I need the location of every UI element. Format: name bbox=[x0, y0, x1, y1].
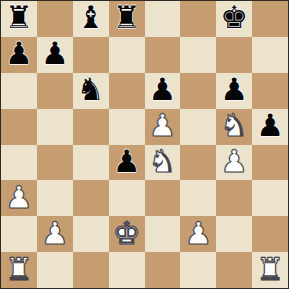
square-d7[interactable] bbox=[109, 37, 145, 73]
square-c3[interactable] bbox=[73, 180, 109, 216]
square-b2[interactable]: ♟ bbox=[37, 216, 73, 252]
square-c5[interactable] bbox=[73, 109, 109, 145]
square-b8[interactable] bbox=[37, 1, 73, 37]
piece-white-rook: ♜ bbox=[256, 254, 284, 285]
piece-black-rook: ♜ bbox=[5, 2, 33, 33]
square-f8[interactable] bbox=[180, 1, 216, 37]
square-h5[interactable]: ♟ bbox=[252, 109, 288, 145]
square-a4[interactable] bbox=[1, 145, 37, 181]
square-a3[interactable]: ♟ bbox=[1, 180, 37, 216]
square-g2[interactable] bbox=[216, 216, 252, 252]
square-f7[interactable] bbox=[180, 37, 216, 73]
square-b1[interactable] bbox=[37, 252, 73, 288]
piece-black-pawn: ♟ bbox=[220, 74, 248, 105]
square-g3[interactable] bbox=[216, 180, 252, 216]
square-e8[interactable] bbox=[145, 1, 181, 37]
square-f5[interactable] bbox=[180, 109, 216, 145]
piece-black-bishop: ♝ bbox=[77, 2, 105, 33]
piece-white-knight: ♞ bbox=[149, 146, 177, 177]
square-d4[interactable]: ♟ bbox=[109, 145, 145, 181]
square-c4[interactable] bbox=[73, 145, 109, 181]
piece-black-pawn: ♟ bbox=[5, 38, 33, 69]
piece-white-pawn: ♟ bbox=[41, 218, 69, 249]
square-e4[interactable]: ♞ bbox=[145, 145, 181, 181]
square-d3[interactable] bbox=[109, 180, 145, 216]
piece-black-pawn: ♟ bbox=[41, 38, 69, 69]
square-g6[interactable]: ♟ bbox=[216, 73, 252, 109]
chess-board: ♜♝♜♚♟♟♞♟♟♟♞♟♟♞♟♟♟♚♟♜♜ bbox=[0, 0, 289, 289]
square-b4[interactable] bbox=[37, 145, 73, 181]
square-a8[interactable]: ♜ bbox=[1, 1, 37, 37]
square-a5[interactable] bbox=[1, 109, 37, 145]
piece-white-rook: ♜ bbox=[5, 254, 33, 285]
piece-black-rook: ♜ bbox=[113, 2, 141, 33]
square-a1[interactable]: ♜ bbox=[1, 252, 37, 288]
square-c7[interactable] bbox=[73, 37, 109, 73]
square-h7[interactable] bbox=[252, 37, 288, 73]
piece-black-pawn: ♟ bbox=[256, 110, 284, 141]
piece-white-pawn: ♟ bbox=[220, 146, 248, 177]
square-g1[interactable] bbox=[216, 252, 252, 288]
square-h2[interactable] bbox=[252, 216, 288, 252]
square-a7[interactable]: ♟ bbox=[1, 37, 37, 73]
square-c6[interactable]: ♞ bbox=[73, 73, 109, 109]
square-d5[interactable] bbox=[109, 109, 145, 145]
piece-black-pawn: ♟ bbox=[113, 146, 141, 177]
square-e2[interactable] bbox=[145, 216, 181, 252]
piece-black-pawn: ♟ bbox=[149, 74, 177, 105]
square-g8[interactable]: ♚ bbox=[216, 1, 252, 37]
square-h3[interactable] bbox=[252, 180, 288, 216]
piece-white-pawn: ♟ bbox=[5, 182, 33, 213]
square-e6[interactable]: ♟ bbox=[145, 73, 181, 109]
square-e1[interactable] bbox=[145, 252, 181, 288]
square-a6[interactable] bbox=[1, 73, 37, 109]
square-f4[interactable] bbox=[180, 145, 216, 181]
square-b3[interactable] bbox=[37, 180, 73, 216]
square-c2[interactable] bbox=[73, 216, 109, 252]
square-d2[interactable]: ♚ bbox=[109, 216, 145, 252]
square-h1[interactable]: ♜ bbox=[252, 252, 288, 288]
square-c1[interactable] bbox=[73, 252, 109, 288]
piece-black-king: ♚ bbox=[220, 2, 248, 33]
square-f6[interactable] bbox=[180, 73, 216, 109]
square-e5[interactable]: ♟ bbox=[145, 109, 181, 145]
piece-white-pawn: ♟ bbox=[149, 110, 177, 141]
square-b5[interactable] bbox=[37, 109, 73, 145]
square-h6[interactable] bbox=[252, 73, 288, 109]
square-h4[interactable] bbox=[252, 145, 288, 181]
square-b7[interactable]: ♟ bbox=[37, 37, 73, 73]
square-d8[interactable]: ♜ bbox=[109, 1, 145, 37]
square-f3[interactable] bbox=[180, 180, 216, 216]
square-d1[interactable] bbox=[109, 252, 145, 288]
piece-black-knight: ♞ bbox=[77, 74, 105, 105]
square-e7[interactable] bbox=[145, 37, 181, 73]
square-g4[interactable]: ♟ bbox=[216, 145, 252, 181]
piece-white-king: ♚ bbox=[113, 218, 141, 249]
square-h8[interactable] bbox=[252, 1, 288, 37]
piece-white-pawn: ♟ bbox=[184, 218, 212, 249]
square-d6[interactable] bbox=[109, 73, 145, 109]
square-f2[interactable]: ♟ bbox=[180, 216, 216, 252]
square-g5[interactable]: ♞ bbox=[216, 109, 252, 145]
square-c8[interactable]: ♝ bbox=[73, 1, 109, 37]
square-g7[interactable] bbox=[216, 37, 252, 73]
square-e3[interactable] bbox=[145, 180, 181, 216]
square-f1[interactable] bbox=[180, 252, 216, 288]
square-a2[interactable] bbox=[1, 216, 37, 252]
piece-white-knight: ♞ bbox=[220, 110, 248, 141]
square-b6[interactable] bbox=[37, 73, 73, 109]
